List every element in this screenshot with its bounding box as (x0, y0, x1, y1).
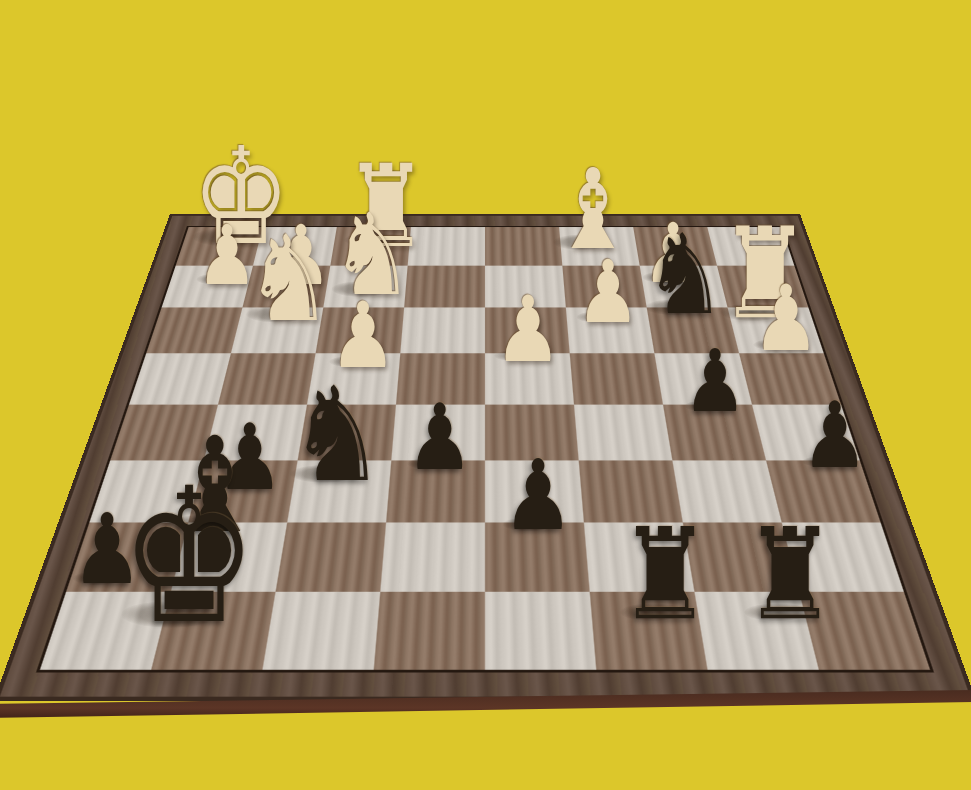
black-rook-f8[interactable]: ♜ (619, 512, 712, 638)
black-pawn-d6[interactable]: ♟ (407, 392, 474, 484)
black-knight-c6[interactable]: ♞ (289, 369, 385, 500)
white-pawn-e4[interactable]: ♟ (494, 284, 561, 375)
black-pawn-h6[interactable]: ♟ (801, 390, 868, 482)
white-pawn-f3[interactable]: ♟ (576, 249, 640, 336)
black-pawn-g5[interactable]: ♟ (683, 338, 746, 424)
scene: ♚♟♟♞♜♞♟♟♝♟♟♜♟♚♝♟♟♞♟♟♟♟♞♜♜ (0, 0, 971, 790)
black-pawn-e7[interactable]: ♟ (502, 447, 573, 544)
white-knight-b3[interactable]: ♞ (245, 220, 332, 339)
black-rook-g8[interactable]: ♜ (743, 512, 836, 638)
black-knight-g3[interactable]: ♞ (644, 219, 726, 330)
black-king-b8[interactable]: ♚ (120, 464, 257, 651)
white-pawn-h4[interactable]: ♟ (752, 273, 819, 364)
pieces-layer: ♚♟♟♞♜♞♟♟♝♟♟♜♟♚♝♟♟♞♟♟♟♟♞♜♜ (0, 0, 971, 790)
